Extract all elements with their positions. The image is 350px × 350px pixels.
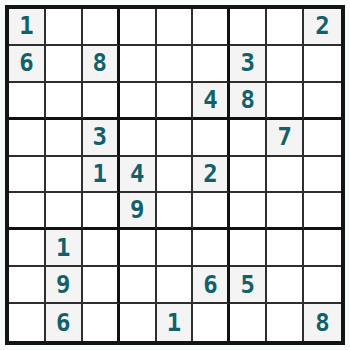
cell-r2c8[interactable] [267, 46, 304, 83]
cell-r8c6: 6 [193, 267, 230, 304]
cell-r2c1: 6 [9, 46, 46, 83]
cell-r7c6[interactable] [193, 230, 230, 267]
cell-r5c1[interactable] [9, 157, 46, 194]
cell-r4c9[interactable] [304, 120, 341, 157]
cell-r8c4[interactable] [120, 267, 157, 304]
cell-r1c2[interactable] [46, 9, 83, 46]
cell-r1c5[interactable] [157, 9, 194, 46]
cell-r8c9[interactable] [304, 267, 341, 304]
cell-r5c8[interactable] [267, 157, 304, 194]
cell-r9c3[interactable] [83, 304, 120, 341]
cell-r5c2[interactable] [46, 157, 83, 194]
cell-r6c3[interactable] [83, 193, 120, 230]
cell-r7c4[interactable] [120, 230, 157, 267]
cell-r7c9[interactable] [304, 230, 341, 267]
cell-r2c7: 3 [230, 46, 267, 83]
cell-r2c2[interactable] [46, 46, 83, 83]
cell-r3c8[interactable] [267, 83, 304, 120]
cell-r1c9: 2 [304, 9, 341, 46]
cell-r3c9[interactable] [304, 83, 341, 120]
cell-r4c6[interactable] [193, 120, 230, 157]
cell-r1c7[interactable] [230, 9, 267, 46]
cell-r7c5[interactable] [157, 230, 194, 267]
cell-r1c8[interactable] [267, 9, 304, 46]
cell-r7c2: 1 [46, 230, 83, 267]
cell-r4c3: 3 [83, 120, 120, 157]
cell-r1c6[interactable] [193, 9, 230, 46]
cell-r3c4[interactable] [120, 83, 157, 120]
cell-r5c3: 1 [83, 157, 120, 194]
cell-r1c1: 1 [9, 9, 46, 46]
cell-r1c3[interactable] [83, 9, 120, 46]
cell-r8c2: 9 [46, 267, 83, 304]
cell-r2c5[interactable] [157, 46, 194, 83]
cell-r9c8[interactable] [267, 304, 304, 341]
cell-r2c6[interactable] [193, 46, 230, 83]
cell-r3c5[interactable] [157, 83, 194, 120]
sudoku-board: 12683483714291965618 [5, 5, 345, 345]
cell-r3c3[interactable] [83, 83, 120, 120]
cell-r3c7: 8 [230, 83, 267, 120]
cell-r8c7: 5 [230, 267, 267, 304]
cell-r1c4[interactable] [120, 9, 157, 46]
cell-r2c9[interactable] [304, 46, 341, 83]
cell-r9c9: 8 [304, 304, 341, 341]
cell-r5c5[interactable] [157, 157, 194, 194]
cell-r4c4[interactable] [120, 120, 157, 157]
cell-r6c7[interactable] [230, 193, 267, 230]
cell-r8c1[interactable] [9, 267, 46, 304]
cell-r5c7[interactable] [230, 157, 267, 194]
cell-r6c2[interactable] [46, 193, 83, 230]
cell-r2c3: 8 [83, 46, 120, 83]
cell-r5c9[interactable] [304, 157, 341, 194]
cell-r9c4[interactable] [120, 304, 157, 341]
cell-r4c5[interactable] [157, 120, 194, 157]
cell-r8c3[interactable] [83, 267, 120, 304]
cell-r5c6: 2 [193, 157, 230, 194]
cell-r3c1[interactable] [9, 83, 46, 120]
cell-r4c7[interactable] [230, 120, 267, 157]
cell-r7c1[interactable] [9, 230, 46, 267]
cell-r9c1[interactable] [9, 304, 46, 341]
cell-r6c9[interactable] [304, 193, 341, 230]
cell-r6c8[interactable] [267, 193, 304, 230]
cell-r7c3[interactable] [83, 230, 120, 267]
cell-r6c1[interactable] [9, 193, 46, 230]
cell-r7c8[interactable] [267, 230, 304, 267]
cell-r4c8: 7 [267, 120, 304, 157]
cell-r6c6[interactable] [193, 193, 230, 230]
cell-r9c2: 6 [46, 304, 83, 341]
cell-r3c2[interactable] [46, 83, 83, 120]
cell-r9c6[interactable] [193, 304, 230, 341]
cell-r5c4: 4 [120, 157, 157, 194]
cell-r7c7[interactable] [230, 230, 267, 267]
cell-r2c4[interactable] [120, 46, 157, 83]
cell-r4c2[interactable] [46, 120, 83, 157]
cell-r8c5[interactable] [157, 267, 194, 304]
cell-r4c1[interactable] [9, 120, 46, 157]
cell-r8c8[interactable] [267, 267, 304, 304]
cell-r9c7[interactable] [230, 304, 267, 341]
cell-r3c6: 4 [193, 83, 230, 120]
cell-r6c5[interactable] [157, 193, 194, 230]
cell-r6c4: 9 [120, 193, 157, 230]
cell-r9c5: 1 [157, 304, 194, 341]
